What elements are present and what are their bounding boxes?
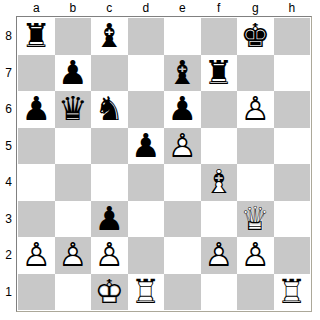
piece-fill: ♛ — [237, 201, 274, 238]
square-a6[interactable]: ♟ — [18, 91, 55, 128]
file-label-b: b — [55, 0, 92, 16]
square-g1[interactable] — [237, 274, 274, 311]
square-f2[interactable]: ♟♙ — [201, 237, 238, 274]
piece-fill: ♟ — [18, 237, 55, 274]
black-pawn: ♟ — [164, 91, 201, 128]
square-d5[interactable]: ♟ — [128, 128, 165, 165]
square-f8[interactable] — [201, 18, 238, 55]
square-h8[interactable] — [274, 18, 311, 55]
black-queen: ♛ — [55, 91, 92, 128]
black-rook: ♜ — [18, 18, 55, 55]
piece-fill: ♟ — [237, 237, 274, 274]
piece-glyph: ♟ — [164, 91, 201, 128]
square-b6[interactable]: ♛ — [55, 91, 92, 128]
black-pawn: ♟ — [55, 55, 92, 92]
file-label-a: a — [18, 0, 55, 16]
rank-label-8: 8 — [0, 18, 16, 55]
square-a1[interactable] — [18, 274, 55, 311]
square-b3[interactable] — [55, 201, 92, 238]
square-e3[interactable] — [164, 201, 201, 238]
square-a3[interactable] — [18, 201, 55, 238]
black-king: ♚ — [237, 18, 274, 55]
black-pawn: ♟ — [91, 201, 128, 238]
square-d7[interactable] — [128, 55, 165, 92]
white-pawn: ♟♙ — [55, 237, 92, 274]
piece-fill: ♜ — [128, 274, 165, 311]
piece-glyph: ♚ — [237, 18, 274, 55]
square-b5[interactable] — [55, 128, 92, 165]
piece-outline: ♙ — [55, 237, 92, 274]
piece-fill: ♟ — [55, 237, 92, 274]
white-king: ♚♔ — [91, 274, 128, 311]
piece-fill: ♟ — [164, 128, 201, 165]
square-f3[interactable] — [201, 201, 238, 238]
square-d8[interactable] — [128, 18, 165, 55]
square-h7[interactable] — [274, 55, 311, 92]
square-a2[interactable]: ♟♙ — [18, 237, 55, 274]
piece-glyph: ♞ — [91, 91, 128, 128]
square-c6[interactable]: ♞ — [91, 91, 128, 128]
rank-labels: 87654321 — [0, 18, 16, 310]
file-label-h: h — [274, 0, 311, 16]
square-e1[interactable] — [164, 274, 201, 311]
piece-fill: ♚ — [91, 274, 128, 311]
piece-glyph: ♟ — [128, 128, 165, 165]
piece-outline: ♙ — [201, 237, 238, 274]
square-f5[interactable] — [201, 128, 238, 165]
piece-outline: ♙ — [164, 128, 201, 165]
square-h2[interactable] — [274, 237, 311, 274]
piece-glyph: ♟ — [18, 91, 55, 128]
chess-diagram: abcdefgh 87654321 ♜♝♚♟♝♜♟♛♞♟♟♙♟♟♙♝♗♟♛♕♟♙… — [0, 0, 320, 320]
square-g8[interactable]: ♚ — [237, 18, 274, 55]
file-label-c: c — [91, 0, 128, 16]
square-d1[interactable]: ♜♖ — [128, 274, 165, 311]
piece-fill: ♟ — [237, 91, 274, 128]
square-c5[interactable] — [91, 128, 128, 165]
rank-label-3: 3 — [0, 201, 16, 238]
white-pawn: ♟♙ — [237, 91, 274, 128]
square-f6[interactable] — [201, 91, 238, 128]
piece-outline: ♖ — [128, 274, 165, 311]
square-c8[interactable]: ♝ — [91, 18, 128, 55]
square-g4[interactable] — [237, 164, 274, 201]
black-pawn: ♟ — [128, 128, 165, 165]
white-pawn: ♟♙ — [201, 237, 238, 274]
piece-fill: ♜ — [274, 274, 311, 311]
piece-outline: ♖ — [274, 274, 311, 311]
square-h6[interactable] — [274, 91, 311, 128]
rank-label-1: 1 — [0, 274, 16, 311]
black-knight: ♞ — [91, 91, 128, 128]
white-queen: ♛♕ — [237, 201, 274, 238]
square-b4[interactable] — [55, 164, 92, 201]
square-e4[interactable] — [164, 164, 201, 201]
square-e5[interactable]: ♟♙ — [164, 128, 201, 165]
square-a4[interactable] — [18, 164, 55, 201]
black-pawn: ♟ — [18, 91, 55, 128]
black-bishop: ♝ — [91, 18, 128, 55]
square-d2[interactable] — [128, 237, 165, 274]
rank-label-5: 5 — [0, 128, 16, 165]
white-rook: ♜♖ — [128, 274, 165, 311]
square-g7[interactable] — [237, 55, 274, 92]
square-b7[interactable]: ♟ — [55, 55, 92, 92]
file-label-f: f — [201, 0, 238, 16]
file-label-d: d — [128, 0, 165, 16]
chess-board-frame: ♜♝♚♟♝♜♟♛♞♟♟♙♟♟♙♝♗♟♛♕♟♙♟♙♟♙♟♙♟♙♚♔♜♖♜♖ — [16, 16, 312, 312]
square-h4[interactable] — [274, 164, 311, 201]
piece-glyph: ♛ — [55, 91, 92, 128]
chess-board: ♜♝♚♟♝♜♟♛♞♟♟♙♟♟♙♝♗♟♛♕♟♙♟♙♟♙♟♙♟♙♚♔♜♖♜♖ — [18, 18, 310, 310]
white-pawn: ♟♙ — [164, 128, 201, 165]
file-labels: abcdefgh — [18, 0, 310, 16]
piece-glyph: ♝ — [164, 55, 201, 92]
piece-outline: ♗ — [201, 164, 238, 201]
piece-glyph: ♟ — [55, 55, 92, 92]
file-label-g: g — [237, 0, 274, 16]
rank-label-6: 6 — [0, 91, 16, 128]
square-g2[interactable]: ♟♙ — [237, 237, 274, 274]
piece-glyph: ♜ — [201, 55, 238, 92]
square-c3[interactable]: ♟ — [91, 201, 128, 238]
square-e7[interactable]: ♝ — [164, 55, 201, 92]
piece-fill: ♝ — [201, 164, 238, 201]
square-c7[interactable] — [91, 55, 128, 92]
square-f7[interactable]: ♜ — [201, 55, 238, 92]
black-rook: ♜ — [201, 55, 238, 92]
square-a7[interactable] — [18, 55, 55, 92]
piece-glyph: ♝ — [91, 18, 128, 55]
white-pawn: ♟♙ — [237, 237, 274, 274]
piece-outline: ♙ — [237, 91, 274, 128]
rank-label-2: 2 — [0, 237, 16, 274]
square-h3[interactable] — [274, 201, 311, 238]
piece-outline: ♙ — [91, 237, 128, 274]
square-g5[interactable] — [237, 128, 274, 165]
square-e8[interactable] — [164, 18, 201, 55]
square-c1[interactable]: ♚♔ — [91, 274, 128, 311]
square-b2[interactable]: ♟♙ — [55, 237, 92, 274]
square-h5[interactable] — [274, 128, 311, 165]
piece-outline: ♙ — [18, 237, 55, 274]
piece-fill: ♟ — [201, 237, 238, 274]
square-b8[interactable] — [55, 18, 92, 55]
file-label-e: e — [164, 0, 201, 16]
square-d3[interactable] — [128, 201, 165, 238]
square-b1[interactable] — [55, 274, 92, 311]
piece-glyph: ♟ — [91, 201, 128, 238]
square-g3[interactable]: ♛♕ — [237, 201, 274, 238]
square-h1[interactable]: ♜♖ — [274, 274, 311, 311]
square-c2[interactable]: ♟♙ — [91, 237, 128, 274]
piece-outline: ♔ — [91, 274, 128, 311]
square-d4[interactable] — [128, 164, 165, 201]
white-rook: ♜♖ — [274, 274, 311, 311]
piece-outline: ♕ — [237, 201, 274, 238]
white-bishop: ♝♗ — [201, 164, 238, 201]
square-f4[interactable]: ♝♗ — [201, 164, 238, 201]
square-a8[interactable]: ♜ — [18, 18, 55, 55]
square-g6[interactable]: ♟♙ — [237, 91, 274, 128]
square-a5[interactable] — [18, 128, 55, 165]
square-f1[interactable] — [201, 274, 238, 311]
square-e6[interactable]: ♟ — [164, 91, 201, 128]
square-d6[interactable] — [128, 91, 165, 128]
white-pawn: ♟♙ — [18, 237, 55, 274]
square-e2[interactable] — [164, 237, 201, 274]
piece-outline: ♙ — [237, 237, 274, 274]
black-bishop: ♝ — [164, 55, 201, 92]
piece-glyph: ♜ — [18, 18, 55, 55]
square-c4[interactable] — [91, 164, 128, 201]
rank-label-7: 7 — [0, 55, 16, 92]
piece-fill: ♟ — [91, 237, 128, 274]
rank-label-4: 4 — [0, 164, 16, 201]
white-pawn: ♟♙ — [91, 237, 128, 274]
